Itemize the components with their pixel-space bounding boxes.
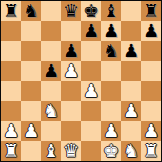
square-h1[interactable]: ♜ bbox=[141, 141, 161, 161]
piece-black-pawn: ♟ bbox=[103, 21, 119, 41]
piece-white-pawn: ♟ bbox=[143, 121, 159, 141]
square-e5[interactable] bbox=[81, 61, 101, 81]
square-a6[interactable] bbox=[1, 41, 21, 61]
piece-white-pawn: ♟ bbox=[23, 121, 39, 141]
square-g2[interactable] bbox=[121, 121, 141, 141]
square-f1[interactable]: ♚ bbox=[101, 141, 121, 161]
square-g8[interactable] bbox=[121, 1, 141, 21]
square-g6[interactable]: ♟ bbox=[121, 41, 141, 61]
square-d3[interactable] bbox=[61, 101, 81, 121]
piece-white-pawn: ♟ bbox=[63, 61, 79, 81]
square-a4[interactable] bbox=[1, 81, 21, 101]
square-d1[interactable]: ♛ bbox=[61, 141, 81, 161]
piece-black-rook: ♜ bbox=[3, 1, 19, 21]
square-e7[interactable]: ♟ bbox=[81, 21, 101, 41]
piece-white-pawn: ♟ bbox=[83, 81, 99, 101]
piece-black-rook: ♜ bbox=[143, 1, 159, 21]
square-e3[interactable] bbox=[81, 101, 101, 121]
square-h5[interactable] bbox=[141, 61, 161, 81]
piece-black-bishop: ♝ bbox=[103, 1, 119, 21]
square-c3[interactable]: ♞ bbox=[41, 101, 61, 121]
square-f2[interactable]: ♟ bbox=[101, 121, 121, 141]
piece-white-knight: ♞ bbox=[43, 101, 59, 121]
square-g3[interactable]: ♟ bbox=[121, 101, 141, 121]
square-e1[interactable] bbox=[81, 141, 101, 161]
square-h6[interactable] bbox=[141, 41, 161, 61]
chess-board: ♜♞♛♚♝♜♟♟♟♟♞♟♟♟♟♞♟♟♟♟♟♜♝♛♚♞♜ bbox=[1, 1, 161, 161]
piece-black-pawn: ♟ bbox=[83, 21, 99, 41]
piece-white-knight: ♞ bbox=[123, 141, 139, 161]
square-g1[interactable]: ♞ bbox=[121, 141, 141, 161]
square-d4[interactable] bbox=[61, 81, 81, 101]
square-b1[interactable] bbox=[21, 141, 41, 161]
square-b6[interactable] bbox=[21, 41, 41, 61]
square-g7[interactable] bbox=[121, 21, 141, 41]
piece-black-pawn: ♟ bbox=[43, 61, 59, 81]
square-a7[interactable] bbox=[1, 21, 21, 41]
piece-black-pawn: ♟ bbox=[63, 41, 79, 61]
piece-white-pawn: ♟ bbox=[123, 101, 139, 121]
square-h8[interactable]: ♜ bbox=[141, 1, 161, 21]
square-f3[interactable] bbox=[101, 101, 121, 121]
square-e2[interactable] bbox=[81, 121, 101, 141]
square-b8[interactable]: ♞ bbox=[21, 1, 41, 21]
square-f8[interactable]: ♝ bbox=[101, 1, 121, 21]
piece-white-king: ♚ bbox=[103, 141, 119, 161]
piece-black-pawn: ♟ bbox=[123, 41, 139, 61]
square-c4[interactable] bbox=[41, 81, 61, 101]
square-h2[interactable]: ♟ bbox=[141, 121, 161, 141]
square-f5[interactable] bbox=[101, 61, 121, 81]
square-b7[interactable] bbox=[21, 21, 41, 41]
piece-black-king: ♚ bbox=[83, 1, 99, 21]
piece-white-rook: ♜ bbox=[143, 141, 159, 161]
piece-white-queen: ♛ bbox=[63, 141, 79, 161]
square-f4[interactable] bbox=[101, 81, 121, 101]
piece-white-pawn: ♟ bbox=[103, 121, 119, 141]
square-e6[interactable] bbox=[81, 41, 101, 61]
square-c1[interactable]: ♝ bbox=[41, 141, 61, 161]
square-h4[interactable] bbox=[141, 81, 161, 101]
square-a1[interactable]: ♜ bbox=[1, 141, 21, 161]
square-a2[interactable]: ♟ bbox=[1, 121, 21, 141]
piece-white-rook: ♜ bbox=[3, 141, 19, 161]
square-d6[interactable]: ♟ bbox=[61, 41, 81, 61]
square-e4[interactable]: ♟ bbox=[81, 81, 101, 101]
square-d2[interactable] bbox=[61, 121, 81, 141]
square-d5[interactable]: ♟ bbox=[61, 61, 81, 81]
piece-white-pawn: ♟ bbox=[3, 121, 19, 141]
square-h3[interactable] bbox=[141, 101, 161, 121]
square-f7[interactable]: ♟ bbox=[101, 21, 121, 41]
square-b2[interactable]: ♟ bbox=[21, 121, 41, 141]
square-g4[interactable] bbox=[121, 81, 141, 101]
square-e8[interactable]: ♚ bbox=[81, 1, 101, 21]
piece-black-knight: ♞ bbox=[103, 41, 119, 61]
chess-board-frame: ♜♞♛♚♝♜♟♟♟♟♞♟♟♟♟♞♟♟♟♟♟♜♝♛♚♞♜ bbox=[0, 0, 162, 162]
piece-black-pawn: ♟ bbox=[143, 21, 159, 41]
square-d8[interactable]: ♛ bbox=[61, 1, 81, 21]
square-a3[interactable] bbox=[1, 101, 21, 121]
square-c6[interactable] bbox=[41, 41, 61, 61]
square-c5[interactable]: ♟ bbox=[41, 61, 61, 81]
square-g5[interactable] bbox=[121, 61, 141, 81]
square-c8[interactable] bbox=[41, 1, 61, 21]
square-h7[interactable]: ♟ bbox=[141, 21, 161, 41]
square-a5[interactable] bbox=[1, 61, 21, 81]
piece-white-bishop: ♝ bbox=[43, 141, 59, 161]
square-d7[interactable] bbox=[61, 21, 81, 41]
square-b3[interactable] bbox=[21, 101, 41, 121]
square-b5[interactable] bbox=[21, 61, 41, 81]
piece-black-queen: ♛ bbox=[63, 1, 79, 21]
square-b4[interactable] bbox=[21, 81, 41, 101]
square-c7[interactable] bbox=[41, 21, 61, 41]
square-a8[interactable]: ♜ bbox=[1, 1, 21, 21]
square-f6[interactable]: ♞ bbox=[101, 41, 121, 61]
square-c2[interactable] bbox=[41, 121, 61, 141]
piece-black-knight: ♞ bbox=[23, 1, 39, 21]
